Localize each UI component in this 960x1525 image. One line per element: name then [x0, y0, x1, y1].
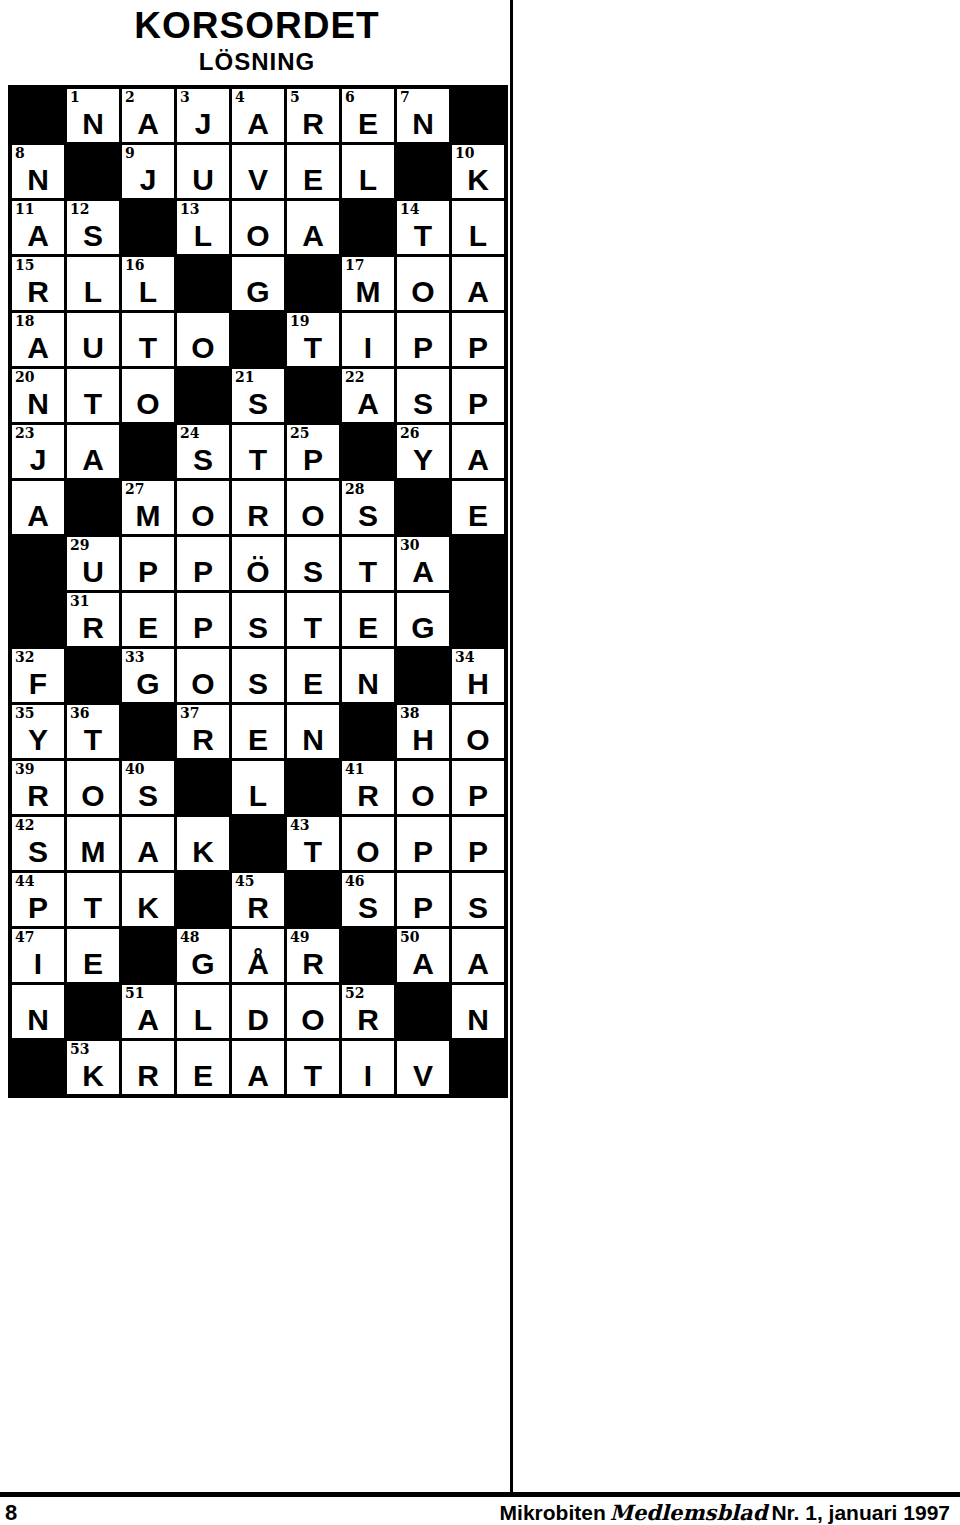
solution-letter: T: [67, 389, 119, 419]
solution-letter: M: [67, 837, 119, 867]
clue-number: 3: [180, 89, 190, 106]
solution-letter: P: [452, 781, 504, 811]
letter-cell: 5R: [287, 89, 339, 142]
solution-letter: P: [177, 613, 229, 643]
letter-cell: R: [232, 481, 284, 534]
letter-cell: P: [397, 313, 449, 366]
letter-cell: 13L: [177, 201, 229, 254]
letter-cell: 14T: [397, 201, 449, 254]
solution-letter: I: [12, 949, 64, 979]
letter-cell: E: [232, 705, 284, 758]
letter-cell: 43T: [287, 817, 339, 870]
letter-cell: E: [287, 145, 339, 198]
letter-cell: Å: [232, 929, 284, 982]
solution-letter: P: [177, 557, 229, 587]
solution-letter: V: [232, 165, 284, 195]
black-cell: [342, 201, 394, 254]
solution-letter: E: [287, 669, 339, 699]
solution-letter: M: [122, 501, 174, 531]
solution-letter: N: [12, 165, 64, 195]
letter-cell: 38H: [397, 705, 449, 758]
letter-cell: E: [177, 1041, 229, 1094]
solution-letter: R: [122, 1061, 174, 1091]
letter-cell: 52R: [342, 985, 394, 1038]
solution-letter: T: [67, 725, 119, 755]
letter-cell: 12S: [67, 201, 119, 254]
clue-number: 49: [290, 929, 309, 946]
letter-cell: P: [397, 873, 449, 926]
solution-letter: T: [287, 1061, 339, 1091]
solution-letter: Ö: [232, 557, 284, 587]
letter-cell: 50A: [397, 929, 449, 982]
clue-number: 7: [400, 89, 410, 106]
solution-letter: S: [232, 613, 284, 643]
clue-number: 41: [345, 761, 364, 778]
letter-cell: L: [342, 145, 394, 198]
solution-letter: A: [232, 1061, 284, 1091]
black-cell: [452, 537, 504, 590]
solution-letter: M: [342, 277, 394, 307]
solution-letter: E: [342, 109, 394, 139]
solution-letter: E: [342, 613, 394, 643]
black-cell: [122, 425, 174, 478]
letter-cell: P: [177, 593, 229, 646]
solution-letter: K: [177, 837, 229, 867]
solution-letter: S: [287, 557, 339, 587]
letter-cell: 6E: [342, 89, 394, 142]
solution-letter: S: [122, 781, 174, 811]
letter-cell: L: [232, 761, 284, 814]
letter-cell: D: [232, 985, 284, 1038]
black-cell: [67, 649, 119, 702]
solution-letter: O: [287, 1005, 339, 1035]
solution-letter: O: [287, 501, 339, 531]
black-cell: [287, 257, 339, 310]
clue-number: 30: [400, 537, 419, 554]
letter-cell: O: [122, 369, 174, 422]
letter-cell: O: [287, 481, 339, 534]
clue-number: 18: [15, 313, 34, 330]
solution-letter: T: [232, 445, 284, 475]
letter-cell: 24S: [177, 425, 229, 478]
black-cell: [177, 257, 229, 310]
solution-letter: E: [232, 725, 284, 755]
letter-cell: 35Y: [12, 705, 64, 758]
solution-letter: G: [122, 669, 174, 699]
solution-letter: G: [397, 613, 449, 643]
solution-letter: J: [12, 445, 64, 475]
black-cell: [397, 649, 449, 702]
letter-cell: E: [342, 593, 394, 646]
letter-cell: 22A: [342, 369, 394, 422]
solution-letter: A: [122, 837, 174, 867]
solution-letter: T: [122, 333, 174, 363]
footer-issue: Nr. 1, januari 1997: [771, 1501, 950, 1524]
solution-letter: A: [12, 501, 64, 531]
clue-number: 10: [455, 145, 474, 162]
letter-cell: V: [232, 145, 284, 198]
letter-cell: O: [177, 313, 229, 366]
solution-letter: A: [397, 949, 449, 979]
clue-number: 32: [15, 649, 34, 666]
clue-number: 53: [70, 1041, 89, 1058]
solution-letter: L: [67, 277, 119, 307]
solution-letter: R: [12, 781, 64, 811]
letter-cell: A: [12, 481, 64, 534]
solution-letter: N: [452, 1005, 504, 1035]
solution-letter: T: [67, 893, 119, 923]
clue-number: 28: [345, 481, 364, 498]
solution-letter: P: [452, 333, 504, 363]
solution-letter: I: [342, 333, 394, 363]
solution-letter: A: [232, 109, 284, 139]
letter-cell: 23J: [12, 425, 64, 478]
clue-number: 47: [15, 929, 34, 946]
clue-number: 21: [235, 369, 254, 386]
letter-cell: O: [397, 761, 449, 814]
solution-letter: P: [122, 557, 174, 587]
solution-letter: H: [397, 725, 449, 755]
solution-letter: T: [287, 333, 339, 363]
solution-letter: T: [287, 837, 339, 867]
solution-letter: R: [287, 949, 339, 979]
solution-letter: T: [287, 613, 339, 643]
solution-letter: E: [122, 613, 174, 643]
letter-cell: 47I: [12, 929, 64, 982]
solution-letter: O: [122, 389, 174, 419]
letter-cell: N: [452, 985, 504, 1038]
solution-letter: D: [232, 1005, 284, 1035]
solution-letter: F: [12, 669, 64, 699]
letter-cell: M: [67, 817, 119, 870]
letter-cell: 46S: [342, 873, 394, 926]
black-cell: [122, 705, 174, 758]
letter-cell: 7N: [397, 89, 449, 142]
solution-letter: P: [452, 389, 504, 419]
letter-cell: K: [122, 873, 174, 926]
clue-number: 36: [70, 705, 89, 722]
letter-cell: P: [122, 537, 174, 590]
clue-number: 11: [15, 201, 34, 218]
clue-number: 20: [15, 369, 34, 386]
footer-publication: MikrobitenMedlemsbladNr. 1, januari 1997: [500, 1500, 950, 1525]
letter-cell: N: [287, 705, 339, 758]
solution-letter: O: [67, 781, 119, 811]
solution-letter: A: [397, 557, 449, 587]
letter-cell: O: [287, 985, 339, 1038]
solution-letter: L: [177, 1005, 229, 1035]
letter-cell: 8N: [12, 145, 64, 198]
letter-cell: T: [67, 873, 119, 926]
clue-number: 38: [400, 705, 419, 722]
clue-number: 26: [400, 425, 419, 442]
footer-rule: [0, 1492, 960, 1497]
letter-cell: U: [67, 313, 119, 366]
clue-number: 33: [125, 649, 144, 666]
crossword-grid: 1N2A3J4A5R6E7N8N9JUVEL10K11A12S13LOA14TL…: [8, 85, 508, 1098]
footer-brand: Mikrobiten: [500, 1501, 606, 1524]
clue-number: 4: [235, 89, 245, 106]
letter-cell: O: [177, 649, 229, 702]
letter-cell: 28S: [342, 481, 394, 534]
letter-cell: 44P: [12, 873, 64, 926]
clue-number: 6: [345, 89, 355, 106]
letter-cell: 2A: [122, 89, 174, 142]
solution-letter: G: [177, 949, 229, 979]
solution-letter: Å: [232, 949, 284, 979]
solution-letter: S: [12, 837, 64, 867]
letter-cell: 10K: [452, 145, 504, 198]
solution-letter: K: [122, 893, 174, 923]
letter-cell: L: [67, 257, 119, 310]
solution-letter: A: [452, 445, 504, 475]
letter-cell: O: [397, 257, 449, 310]
black-cell: [452, 1041, 504, 1094]
letter-cell: 4A: [232, 89, 284, 142]
letter-cell: 21S: [232, 369, 284, 422]
footer-script-word: Medlemsblad: [606, 1500, 772, 1525]
solution-letter: A: [67, 445, 119, 475]
letter-cell: G: [232, 257, 284, 310]
letter-cell: T: [232, 425, 284, 478]
letter-cell: A: [122, 817, 174, 870]
clue-number: 5: [290, 89, 300, 106]
solution-letter: R: [232, 893, 284, 923]
solution-letter: L: [122, 277, 174, 307]
solution-letter: R: [12, 277, 64, 307]
solution-letter: N: [287, 725, 339, 755]
solution-letter: H: [452, 669, 504, 699]
solution-letter: R: [342, 781, 394, 811]
letter-cell: 19T: [287, 313, 339, 366]
letter-cell: O: [67, 761, 119, 814]
letter-cell: 27M: [122, 481, 174, 534]
letter-cell: T: [122, 313, 174, 366]
solution-letter: A: [12, 333, 64, 363]
solution-letter: O: [397, 781, 449, 811]
solution-letter: A: [122, 109, 174, 139]
clue-number: 23: [15, 425, 34, 442]
clue-number: 31: [70, 593, 89, 610]
black-cell: [452, 593, 504, 646]
letter-cell: G: [397, 593, 449, 646]
solution-letter: O: [452, 725, 504, 755]
letter-cell: U: [177, 145, 229, 198]
black-cell: [232, 313, 284, 366]
solution-letter: A: [342, 389, 394, 419]
solution-letter: V: [397, 1061, 449, 1091]
solution-letter: J: [122, 165, 174, 195]
letter-cell: 53K: [67, 1041, 119, 1094]
solution-letter: L: [232, 781, 284, 811]
clue-number: 9: [125, 145, 135, 162]
solution-letter: A: [452, 949, 504, 979]
letter-cell: L: [177, 985, 229, 1038]
letter-cell: 36T: [67, 705, 119, 758]
letter-cell: 37R: [177, 705, 229, 758]
clue-number: 50: [400, 929, 419, 946]
solution-letter: N: [67, 109, 119, 139]
solution-letter: R: [177, 725, 229, 755]
letter-cell: P: [452, 369, 504, 422]
black-cell: [12, 89, 64, 142]
solution-letter: A: [452, 277, 504, 307]
black-cell: [342, 705, 394, 758]
letter-cell: K: [177, 817, 229, 870]
letter-cell: 11A: [12, 201, 64, 254]
solution-letter: N: [342, 669, 394, 699]
letter-cell: 1N: [67, 89, 119, 142]
solution-letter: I: [342, 1061, 394, 1091]
black-cell: [397, 985, 449, 1038]
black-cell: [452, 89, 504, 142]
solution-letter: K: [452, 165, 504, 195]
clue-number: 40: [125, 761, 144, 778]
black-cell: [122, 201, 174, 254]
column-divider: [510, 0, 513, 1494]
black-cell: [342, 929, 394, 982]
letter-cell: A: [452, 929, 504, 982]
letter-cell: 3J: [177, 89, 229, 142]
letter-cell: O: [342, 817, 394, 870]
solution-letter: N: [12, 1005, 64, 1035]
black-cell: [342, 425, 394, 478]
solution-letter: A: [122, 1005, 174, 1035]
solution-letter: S: [177, 445, 229, 475]
solution-letter: S: [342, 501, 394, 531]
page-subtitle: LÖSNING: [8, 49, 506, 75]
letter-cell: 34H: [452, 649, 504, 702]
letter-cell: P: [452, 313, 504, 366]
solution-letter: R: [67, 613, 119, 643]
clue-number: 13: [180, 201, 199, 218]
solution-letter: R: [287, 109, 339, 139]
solution-letter: P: [397, 893, 449, 923]
solution-letter: G: [232, 277, 284, 307]
footer-page-number: 8: [5, 1500, 17, 1525]
clue-number: 39: [15, 761, 34, 778]
black-cell: [287, 369, 339, 422]
solution-letter: P: [397, 333, 449, 363]
solution-letter: E: [177, 1061, 229, 1091]
clue-number: 48: [180, 929, 199, 946]
clue-number: 42: [15, 817, 34, 834]
letter-cell: P: [177, 537, 229, 590]
letter-cell: A: [452, 425, 504, 478]
solution-letter: U: [67, 557, 119, 587]
solution-letter: E: [67, 949, 119, 979]
black-cell: [12, 593, 64, 646]
black-cell: [12, 537, 64, 590]
letter-cell: A: [287, 201, 339, 254]
letter-cell: 16L: [122, 257, 174, 310]
letter-cell: S: [232, 649, 284, 702]
clue-number: 34: [455, 649, 474, 666]
solution-letter: U: [67, 333, 119, 363]
black-cell: [67, 145, 119, 198]
solution-letter: N: [397, 109, 449, 139]
letter-cell: 20N: [12, 369, 64, 422]
clue-number: 27: [125, 481, 144, 498]
letter-cell: R: [122, 1041, 174, 1094]
clue-number: 16: [125, 257, 144, 274]
solution-letter: S: [67, 221, 119, 251]
solution-letter: P: [397, 837, 449, 867]
solution-letter: O: [342, 837, 394, 867]
letter-cell: L: [452, 201, 504, 254]
solution-letter: L: [342, 165, 394, 195]
letter-cell: S: [452, 873, 504, 926]
solution-letter: R: [342, 1005, 394, 1035]
letter-cell: A: [232, 1041, 284, 1094]
letter-cell: 32F: [12, 649, 64, 702]
letter-cell: S: [287, 537, 339, 590]
letter-cell: S: [232, 593, 284, 646]
solution-letter: S: [397, 389, 449, 419]
solution-letter: Y: [12, 725, 64, 755]
letter-cell: N: [342, 649, 394, 702]
letter-cell: I: [342, 313, 394, 366]
letter-cell: O: [177, 481, 229, 534]
letter-cell: O: [452, 705, 504, 758]
solution-letter: T: [397, 221, 449, 251]
black-cell: [232, 817, 284, 870]
clue-number: 52: [345, 985, 364, 1002]
solution-letter: E: [452, 501, 504, 531]
letter-cell: T: [67, 369, 119, 422]
clue-number: 46: [345, 873, 364, 890]
page-title: KORSORDET: [8, 6, 506, 47]
clue-number: 37: [180, 705, 199, 722]
letter-cell: 49R: [287, 929, 339, 982]
letter-cell: A: [67, 425, 119, 478]
black-cell: [67, 481, 119, 534]
solution-letter: S: [232, 669, 284, 699]
clue-number: 8: [15, 145, 25, 162]
letter-cell: P: [397, 817, 449, 870]
letter-cell: 42S: [12, 817, 64, 870]
letter-cell: 15R: [12, 257, 64, 310]
letter-cell: A: [452, 257, 504, 310]
clue-number: 12: [70, 201, 89, 218]
solution-letter: O: [397, 277, 449, 307]
letter-cell: 39R: [12, 761, 64, 814]
clue-number: 29: [70, 537, 89, 554]
letter-cell: 33G: [122, 649, 174, 702]
letter-cell: 48G: [177, 929, 229, 982]
black-cell: [287, 761, 339, 814]
clue-number: 45: [235, 873, 254, 890]
solution-letter: J: [177, 109, 229, 139]
letter-cell: 41R: [342, 761, 394, 814]
solution-letter: O: [177, 333, 229, 363]
letter-cell: 18A: [12, 313, 64, 366]
black-cell: [122, 929, 174, 982]
letter-cell: E: [122, 593, 174, 646]
black-cell: [177, 873, 229, 926]
clue-number: 14: [400, 201, 419, 218]
clue-number: 15: [15, 257, 34, 274]
letter-cell: 31R: [67, 593, 119, 646]
letter-cell: N: [12, 985, 64, 1038]
letter-cell: V: [397, 1041, 449, 1094]
black-cell: [397, 145, 449, 198]
clue-number: 2: [125, 89, 135, 106]
solution-letter: K: [67, 1061, 119, 1091]
letter-cell: T: [287, 593, 339, 646]
letter-cell: 29U: [67, 537, 119, 590]
solution-letter: S: [342, 893, 394, 923]
